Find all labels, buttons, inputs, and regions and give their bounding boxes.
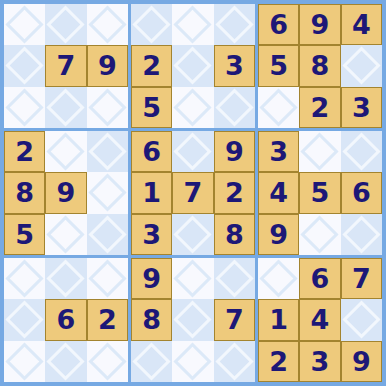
given-digit: 8 — [142, 306, 161, 333]
given-digit: 1 — [269, 306, 288, 333]
given-digit: 7 — [57, 52, 76, 79]
cell-r7c3[interactable] — [87, 258, 128, 299]
cell-r6c5[interactable] — [172, 214, 213, 255]
cell-r6c2[interactable] — [45, 214, 86, 255]
cell-r7c2[interactable] — [45, 258, 86, 299]
diamond-decoration — [47, 215, 85, 253]
diamond-decoration — [174, 342, 212, 380]
given-digit: 8 — [15, 179, 34, 206]
diamond-decoration — [174, 301, 212, 339]
cell-r2c8[interactable]: 8 — [299, 45, 340, 86]
cell-r7c5[interactable] — [172, 258, 213, 299]
given-digit: 1 — [142, 179, 161, 206]
diamond-decoration — [260, 88, 298, 126]
cell-r5c5[interactable]: 7 — [172, 172, 213, 213]
cell-r1c3[interactable] — [87, 4, 128, 45]
given-digit: 2 — [225, 179, 244, 206]
cell-r4c3[interactable] — [87, 131, 128, 172]
diamond-decoration — [88, 6, 126, 44]
given-digit: 9 — [57, 179, 76, 206]
cell-r6c4[interactable]: 3 — [131, 214, 172, 255]
cell-r2c9[interactable] — [341, 45, 382, 86]
diamond-decoration — [174, 6, 212, 44]
given-digit: 2 — [15, 138, 34, 165]
cell-r1c5[interactable] — [172, 4, 213, 45]
diamond-decoration — [88, 260, 126, 298]
cell-r8c7[interactable]: 1 — [258, 299, 299, 340]
cell-r2c7[interactable]: 5 — [258, 45, 299, 86]
cell-r3c2[interactable] — [45, 87, 86, 128]
given-digit: 3 — [225, 52, 244, 79]
cell-r6c6[interactable]: 8 — [214, 214, 255, 255]
given-digit: 2 — [98, 306, 117, 333]
cell-r3c9[interactable]: 3 — [341, 87, 382, 128]
given-digit: 5 — [142, 94, 161, 121]
diamond-decoration — [215, 342, 253, 380]
cell-r4c6[interactable]: 9 — [214, 131, 255, 172]
cell-r5c2[interactable]: 9 — [45, 172, 86, 213]
cell-r2c1[interactable] — [4, 45, 45, 86]
cell-r2c4[interactable]: 2 — [131, 45, 172, 86]
given-digit: 6 — [311, 265, 330, 292]
diamond-decoration — [215, 88, 253, 126]
cell-r9c4[interactable] — [131, 341, 172, 382]
given-digit: 7 — [184, 179, 203, 206]
diamond-decoration — [301, 133, 339, 171]
box-r3c3: 6714239 — [258, 258, 382, 382]
cell-r8c2[interactable]: 6 — [45, 299, 86, 340]
given-digit: 9 — [311, 11, 330, 38]
cell-r9c5[interactable] — [172, 341, 213, 382]
diamond-decoration — [88, 133, 126, 171]
cell-r1c4[interactable] — [131, 4, 172, 45]
cell-r5c7[interactable]: 4 — [258, 172, 299, 213]
given-digit: 2 — [269, 348, 288, 375]
given-digit: 5 — [15, 221, 34, 248]
cell-r1c6[interactable] — [214, 4, 255, 45]
box-r3c1: 62 — [4, 258, 128, 382]
box-r3c2: 987 — [131, 258, 255, 382]
given-digit: 2 — [142, 52, 161, 79]
cell-r4c1[interactable]: 2 — [4, 131, 45, 172]
cell-r6c7[interactable]: 9 — [258, 214, 299, 255]
cell-r1c1[interactable] — [4, 4, 45, 45]
cell-r7c7[interactable] — [258, 258, 299, 299]
cell-r9c9[interactable]: 9 — [341, 341, 382, 382]
cell-r7c1[interactable] — [4, 258, 45, 299]
diamond-decoration — [47, 260, 85, 298]
diamond-decoration — [133, 6, 171, 44]
cell-r3c8[interactable]: 2 — [299, 87, 340, 128]
diamond-decoration — [88, 215, 126, 253]
given-digit: 3 — [142, 221, 161, 248]
cell-r3c4[interactable]: 5 — [131, 87, 172, 128]
diamond-decoration — [342, 215, 380, 253]
cell-r6c8[interactable] — [299, 214, 340, 255]
cell-r2c5[interactable] — [172, 45, 213, 86]
cell-r4c9[interactable] — [341, 131, 382, 172]
box-r1c3: 6945823 — [258, 4, 382, 128]
cell-r7c8[interactable]: 6 — [299, 258, 340, 299]
cell-r6c3[interactable] — [87, 214, 128, 255]
given-digit: 9 — [98, 52, 117, 79]
cell-r9c6[interactable] — [214, 341, 255, 382]
diamond-decoration — [342, 133, 380, 171]
given-digit: 5 — [311, 179, 330, 206]
cell-r1c2[interactable] — [45, 4, 86, 45]
cell-r8c8[interactable]: 4 — [299, 299, 340, 340]
diamond-decoration — [174, 215, 212, 253]
cell-r5c6[interactable]: 2 — [214, 172, 255, 213]
cell-r3c7[interactable] — [258, 87, 299, 128]
diamond-decoration — [6, 88, 44, 126]
given-digit: 6 — [57, 306, 76, 333]
cell-r8c5[interactable] — [172, 299, 213, 340]
cell-r9c1[interactable] — [4, 341, 45, 382]
cell-r1c8[interactable]: 9 — [299, 4, 340, 45]
given-digit: 9 — [142, 265, 161, 292]
cell-r5c8[interactable]: 5 — [299, 172, 340, 213]
diamond-decoration — [88, 342, 126, 380]
diamond-decoration — [6, 301, 44, 339]
diamond-decoration — [47, 88, 85, 126]
given-digit: 9 — [352, 348, 371, 375]
cell-r8c6[interactable]: 7 — [214, 299, 255, 340]
cell-r4c4[interactable]: 6 — [131, 131, 172, 172]
diamond-decoration — [301, 215, 339, 253]
diamond-decoration — [47, 6, 85, 44]
diamond-decoration — [174, 260, 212, 298]
given-digit: 8 — [225, 221, 244, 248]
given-digit: 6 — [269, 11, 288, 38]
diamond-decoration — [174, 88, 212, 126]
diamond-decoration — [133, 342, 171, 380]
cell-r1c9[interactable]: 4 — [341, 4, 382, 45]
cell-r4c2[interactable] — [45, 131, 86, 172]
diamond-decoration — [6, 47, 44, 85]
cell-r3c1[interactable] — [4, 87, 45, 128]
cell-r3c5[interactable] — [172, 87, 213, 128]
diamond-decoration — [342, 301, 380, 339]
diamond-decoration — [174, 47, 212, 85]
cell-r7c9[interactable]: 7 — [341, 258, 382, 299]
box-r1c1: 79 — [4, 4, 128, 128]
box-r2c2: 6917238 — [131, 131, 255, 255]
cell-r8c9[interactable] — [341, 299, 382, 340]
given-digit: 7 — [225, 306, 244, 333]
box-r2c1: 2895 — [4, 131, 128, 255]
cell-r5c9[interactable]: 6 — [341, 172, 382, 213]
given-digit: 5 — [269, 52, 288, 79]
cell-r8c3[interactable]: 2 — [87, 299, 128, 340]
given-digit: 9 — [269, 221, 288, 248]
given-digit: 2 — [311, 94, 330, 121]
given-digit: 3 — [352, 94, 371, 121]
cell-r9c7[interactable]: 2 — [258, 341, 299, 382]
diamond-decoration — [6, 342, 44, 380]
given-digit: 6 — [142, 138, 161, 165]
box-r1c2: 235 — [131, 4, 255, 128]
cell-r6c1[interactable]: 5 — [4, 214, 45, 255]
cell-r2c3[interactable]: 9 — [87, 45, 128, 86]
cell-r7c4[interactable]: 9 — [131, 258, 172, 299]
diamond-decoration — [6, 6, 44, 44]
given-digit: 4 — [311, 306, 330, 333]
box-r2c3: 34569 — [258, 131, 382, 255]
given-digit: 4 — [352, 11, 371, 38]
diamond-decoration — [47, 342, 85, 380]
diamond-decoration — [215, 260, 253, 298]
cell-r4c7[interactable]: 3 — [258, 131, 299, 172]
given-digit: 6 — [352, 179, 371, 206]
diamond-decoration — [88, 174, 126, 212]
cell-r3c3[interactable] — [87, 87, 128, 128]
cell-r4c5[interactable] — [172, 131, 213, 172]
given-digit: 4 — [269, 179, 288, 206]
given-digit: 7 — [352, 265, 371, 292]
diamond-decoration — [174, 133, 212, 171]
cell-r6c9[interactable] — [341, 214, 382, 255]
cell-r1c7[interactable]: 6 — [258, 4, 299, 45]
cell-r9c3[interactable] — [87, 341, 128, 382]
diamond-decoration — [342, 47, 380, 85]
sudoku-board: 7923569458232895691723834569629876714239 — [0, 0, 386, 386]
cell-r5c3[interactable] — [87, 172, 128, 213]
cell-r8c4[interactable]: 8 — [131, 299, 172, 340]
diamond-decoration — [6, 260, 44, 298]
cell-r3c6[interactable] — [214, 87, 255, 128]
cell-r2c6[interactable]: 3 — [214, 45, 255, 86]
cell-r5c1[interactable]: 8 — [4, 172, 45, 213]
cell-r8c1[interactable] — [4, 299, 45, 340]
cell-r2c2[interactable]: 7 — [45, 45, 86, 86]
diamond-decoration — [88, 88, 126, 126]
cell-r7c6[interactable] — [214, 258, 255, 299]
diamond-decoration — [215, 6, 253, 44]
given-digit: 9 — [225, 138, 244, 165]
diamond-decoration — [260, 260, 298, 298]
diamond-decoration — [47, 133, 85, 171]
given-digit: 8 — [311, 52, 330, 79]
given-digit: 3 — [269, 138, 288, 165]
given-digit: 3 — [311, 348, 330, 375]
cell-r4c8[interactable] — [299, 131, 340, 172]
cell-r5c4[interactable]: 1 — [131, 172, 172, 213]
cell-r9c8[interactable]: 3 — [299, 341, 340, 382]
cell-r9c2[interactable] — [45, 341, 86, 382]
